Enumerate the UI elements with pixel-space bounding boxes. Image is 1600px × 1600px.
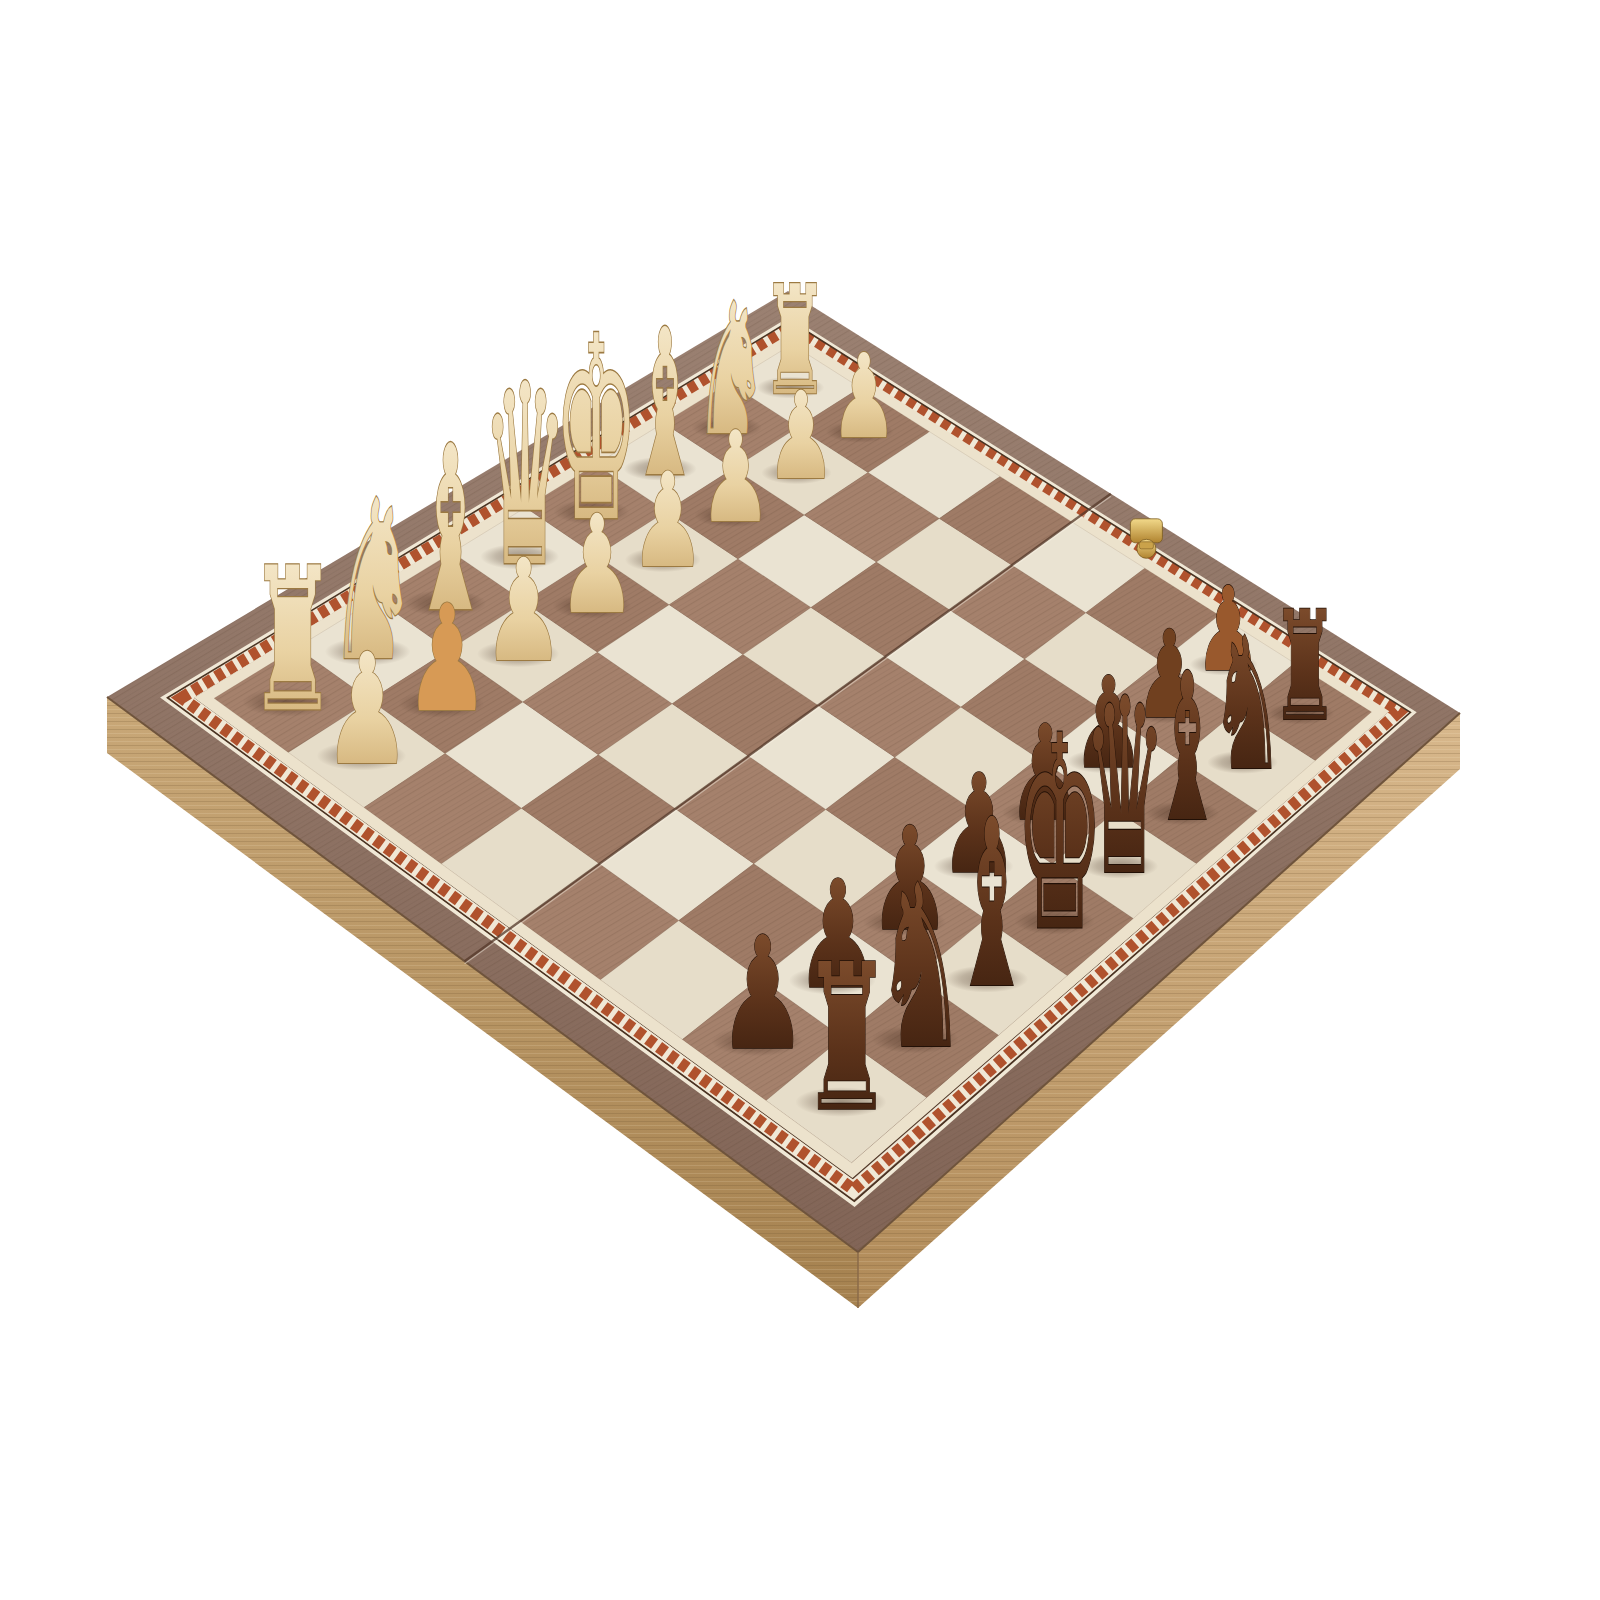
piece-white-pawn-d2: ♟ <box>558 486 637 644</box>
piece-white-pawn-c2: ♟ <box>483 528 565 693</box>
piece-black-rook-a8: ♜ <box>801 921 892 1158</box>
piece-white-pawn-b2: ♟ <box>404 574 489 745</box>
piece-black-pawn-a7: ♟ <box>718 903 808 1085</box>
piece-white-pawn-e2: ♟ <box>630 444 706 596</box>
piece-white-pawn-a2: ♟ <box>323 620 412 799</box>
product-photo-stage: ♜♞♟♝♟♚♟♛♟♝♟♞♟♟♜♟♟♜♟♟♞♟♝♛♟♚♟♝♟♞♟♜ <box>0 0 1600 1600</box>
piece-white-pawn-f2: ♟ <box>699 405 772 551</box>
chessboard-photo: ♜♞♟♝♟♚♟♛♟♝♟♞♟♟♜♟♟♜♟♟♞♟♝♛♟♚♟♝♟♞♟♜ <box>0 0 1600 1600</box>
piece-white-pawn-g2: ♟ <box>766 365 836 506</box>
piece-white-pawn-h2: ♟ <box>830 329 897 464</box>
chessboard: ♜♞♟♝♟♚♟♛♟♝♟♞♟♟♜♟♟♜♟♟♞♟♝♛♟♚♟♝♟♞♟♜ <box>107 254 1460 1308</box>
